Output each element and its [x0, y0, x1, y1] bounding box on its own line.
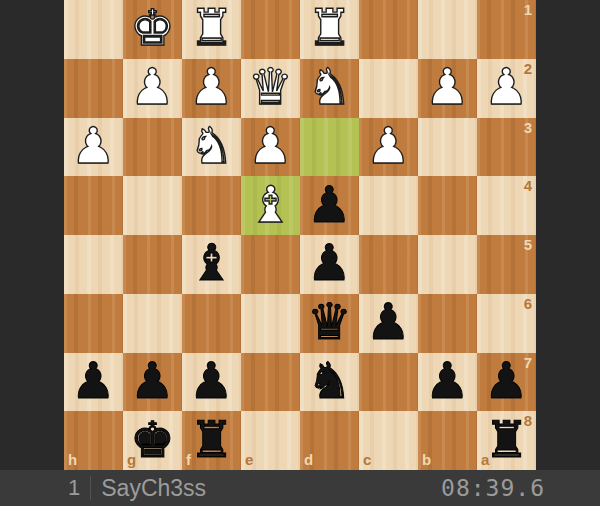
- square-b2[interactable]: ♟: [418, 59, 477, 118]
- square-b5[interactable]: [418, 235, 477, 294]
- black-pawn-d5[interactable]: ♟: [307, 238, 352, 288]
- white-queen-e2[interactable]: ♛: [248, 62, 293, 112]
- white-pawn-c3[interactable]: ♟: [366, 121, 411, 171]
- black-rook-f8[interactable]: ♜: [189, 415, 234, 465]
- square-b1[interactable]: [418, 0, 477, 59]
- square-c5[interactable]: [359, 235, 418, 294]
- square-d6[interactable]: ♛: [300, 294, 359, 353]
- player-name[interactable]: SayCh3ss: [101, 475, 206, 502]
- square-c6[interactable]: ♟: [359, 294, 418, 353]
- square-e8[interactable]: [241, 411, 300, 470]
- square-h7[interactable]: ♟: [64, 353, 123, 412]
- square-g5[interactable]: [123, 235, 182, 294]
- square-h5[interactable]: [64, 235, 123, 294]
- square-d2[interactable]: ♞: [300, 59, 359, 118]
- square-d4[interactable]: ♟: [300, 176, 359, 235]
- chess-board[interactable]: ♚♜♜♟♟♛♞♟♟♟♞♟♟♝♟♝♟♛♟♟♟♟♞♟♟♚♜♜: [64, 0, 536, 470]
- square-e4[interactable]: ♝: [241, 176, 300, 235]
- square-a8[interactable]: ♜: [477, 411, 536, 470]
- white-rook-f1[interactable]: ♜: [189, 3, 234, 53]
- square-b3[interactable]: [418, 118, 477, 177]
- bottom-bar: 1 SayCh3ss 08:39.6: [0, 470, 600, 506]
- black-rook-a8[interactable]: ♜: [484, 415, 529, 465]
- black-king-g8[interactable]: ♚: [130, 415, 175, 465]
- black-pawn-b7[interactable]: ♟: [425, 356, 470, 406]
- square-e3[interactable]: ♟: [241, 118, 300, 177]
- square-a4[interactable]: [477, 176, 536, 235]
- square-f6[interactable]: [182, 294, 241, 353]
- square-g2[interactable]: ♟: [123, 59, 182, 118]
- square-d5[interactable]: ♟: [300, 235, 359, 294]
- square-h4[interactable]: [64, 176, 123, 235]
- square-d7[interactable]: ♞: [300, 353, 359, 412]
- black-pawn-a7[interactable]: ♟: [484, 356, 529, 406]
- square-b8[interactable]: [418, 411, 477, 470]
- black-pawn-d4[interactable]: ♟: [307, 180, 352, 230]
- square-c2[interactable]: [359, 59, 418, 118]
- player-info: 1 SayCh3ss: [68, 470, 206, 506]
- square-a6[interactable]: [477, 294, 536, 353]
- divider: [90, 476, 91, 500]
- app-background: ♚♜♜♟♟♛♞♟♟♟♞♟♟♝♟♝♟♛♟♟♟♟♞♟♟♚♜♜ 12345678hgf…: [0, 0, 600, 506]
- square-e1[interactable]: [241, 0, 300, 59]
- white-knight-d2[interactable]: ♞: [307, 62, 352, 112]
- square-b7[interactable]: ♟: [418, 353, 477, 412]
- square-h8[interactable]: [64, 411, 123, 470]
- square-h3[interactable]: ♟: [64, 118, 123, 177]
- white-pawn-g2[interactable]: ♟: [130, 62, 175, 112]
- square-h1[interactable]: [64, 0, 123, 59]
- white-pawn-e3[interactable]: ♟: [248, 121, 293, 171]
- white-pawn-h3[interactable]: ♟: [71, 121, 116, 171]
- square-g7[interactable]: ♟: [123, 353, 182, 412]
- square-b4[interactable]: [418, 176, 477, 235]
- square-d8[interactable]: [300, 411, 359, 470]
- white-pawn-b2[interactable]: ♟: [425, 62, 470, 112]
- square-c4[interactable]: [359, 176, 418, 235]
- board-number: 1: [68, 475, 80, 501]
- square-c8[interactable]: [359, 411, 418, 470]
- square-f2[interactable]: ♟: [182, 59, 241, 118]
- square-f3[interactable]: ♞: [182, 118, 241, 177]
- square-b6[interactable]: [418, 294, 477, 353]
- black-queen-d6[interactable]: ♛: [307, 297, 352, 347]
- square-d3[interactable]: [300, 118, 359, 177]
- square-c1[interactable]: [359, 0, 418, 59]
- square-h2[interactable]: [64, 59, 123, 118]
- square-a7[interactable]: ♟: [477, 353, 536, 412]
- square-g3[interactable]: [123, 118, 182, 177]
- square-a2[interactable]: ♟: [477, 59, 536, 118]
- square-d1[interactable]: ♜: [300, 0, 359, 59]
- square-f1[interactable]: ♜: [182, 0, 241, 59]
- white-knight-f3[interactable]: ♞: [189, 121, 234, 171]
- white-pawn-f2[interactable]: ♟: [189, 62, 234, 112]
- black-bishop-f5[interactable]: ♝: [189, 238, 234, 288]
- square-g8[interactable]: ♚: [123, 411, 182, 470]
- square-a1[interactable]: [477, 0, 536, 59]
- square-c7[interactable]: [359, 353, 418, 412]
- black-pawn-f7[interactable]: ♟: [189, 356, 234, 406]
- square-f5[interactable]: ♝: [182, 235, 241, 294]
- square-g4[interactable]: [123, 176, 182, 235]
- square-e6[interactable]: [241, 294, 300, 353]
- square-e2[interactable]: ♛: [241, 59, 300, 118]
- white-rook-d1[interactable]: ♜: [307, 3, 352, 53]
- white-king-g1[interactable]: ♚: [130, 3, 175, 53]
- square-a3[interactable]: [477, 118, 536, 177]
- black-pawn-h7[interactable]: ♟: [71, 356, 116, 406]
- square-c3[interactable]: ♟: [359, 118, 418, 177]
- white-bishop-e4[interactable]: ♝: [248, 180, 293, 230]
- white-pawn-a2[interactable]: ♟: [484, 62, 529, 112]
- square-f7[interactable]: ♟: [182, 353, 241, 412]
- square-g1[interactable]: ♚: [123, 0, 182, 59]
- square-e7[interactable]: [241, 353, 300, 412]
- square-e5[interactable]: [241, 235, 300, 294]
- black-knight-d7[interactable]: ♞: [307, 356, 352, 406]
- player-clock: 08:39.6: [441, 470, 545, 506]
- square-f4[interactable]: [182, 176, 241, 235]
- square-a5[interactable]: [477, 235, 536, 294]
- black-pawn-c6[interactable]: ♟: [366, 297, 411, 347]
- black-pawn-g7[interactable]: ♟: [130, 356, 175, 406]
- board-container: ♚♜♜♟♟♛♞♟♟♟♞♟♟♝♟♝♟♛♟♟♟♟♞♟♟♚♜♜ 12345678hgf…: [64, 0, 536, 470]
- square-h6[interactable]: [64, 294, 123, 353]
- square-f8[interactable]: ♜: [182, 411, 241, 470]
- square-g6[interactable]: [123, 294, 182, 353]
